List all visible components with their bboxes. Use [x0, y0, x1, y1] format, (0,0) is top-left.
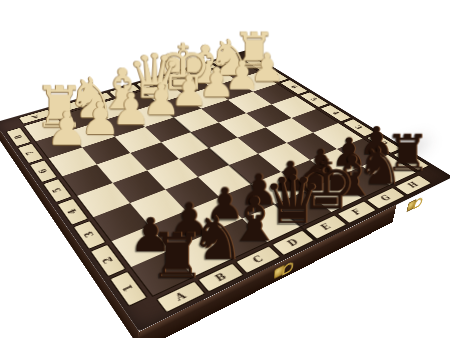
product-photo: ABCDEFGH ABCDEFGH 87654321 87654321 ♜♞♝♛… [0, 0, 450, 338]
light-pawn-glyph: ♟ [46, 106, 82, 152]
clasp-plate-icon [273, 264, 285, 279]
clasp-hook-icon [282, 261, 294, 276]
dark-rook-glyph: ♜ [149, 224, 196, 287]
clasp-plate-icon [406, 199, 417, 213]
brass-clasp-right [407, 195, 423, 211]
clasp-hook-icon [413, 196, 424, 210]
chess-board: ABCDEFGH ABCDEFGH 87654321 87654321 ♜♞♝♛… [0, 50, 450, 331]
